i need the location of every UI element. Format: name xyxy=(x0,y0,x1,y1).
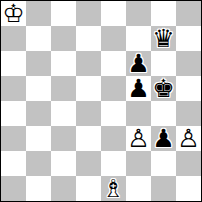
black-king-piece: ♚ xyxy=(151,76,176,101)
square-b1 xyxy=(26,176,51,201)
square-e3 xyxy=(101,126,126,151)
white-pawn-piece-fill: ♟ xyxy=(176,126,201,151)
square-c4 xyxy=(51,101,76,126)
square-f1 xyxy=(126,176,151,201)
square-f2 xyxy=(126,151,151,176)
square-h7 xyxy=(176,26,201,51)
square-h4 xyxy=(176,101,201,126)
square-d4 xyxy=(76,101,101,126)
square-f7 xyxy=(126,26,151,51)
square-f5: ♟ xyxy=(126,76,151,101)
square-h2 xyxy=(176,151,201,176)
chess-board: ♚♔♛♟♟♚♟♙♟♟♙♝♗ xyxy=(0,0,202,202)
square-b8 xyxy=(26,1,51,26)
square-e1: ♝♗ xyxy=(101,176,126,201)
white-pawn-piece-fill: ♟ xyxy=(126,126,151,151)
white-king-piece: ♔ xyxy=(1,1,26,26)
square-c6 xyxy=(51,51,76,76)
square-e2 xyxy=(101,151,126,176)
square-a5 xyxy=(1,76,26,101)
square-b3 xyxy=(26,126,51,151)
square-a1 xyxy=(1,176,26,201)
white-pawn-piece: ♙ xyxy=(176,126,201,151)
square-d5 xyxy=(76,76,101,101)
square-g4 xyxy=(151,101,176,126)
square-a8: ♚♔ xyxy=(1,1,26,26)
square-e8 xyxy=(101,1,126,26)
black-pawn-piece: ♟ xyxy=(126,76,151,101)
square-a2 xyxy=(1,151,26,176)
square-d8 xyxy=(76,1,101,26)
square-g7: ♛ xyxy=(151,26,176,51)
square-g1 xyxy=(151,176,176,201)
square-e4 xyxy=(101,101,126,126)
square-e6 xyxy=(101,51,126,76)
square-g2 xyxy=(151,151,176,176)
square-d7 xyxy=(76,26,101,51)
square-d1 xyxy=(76,176,101,201)
square-b6 xyxy=(26,51,51,76)
square-c3 xyxy=(51,126,76,151)
square-f3: ♟♙ xyxy=(126,126,151,151)
square-h1 xyxy=(176,176,201,201)
black-queen-piece: ♛ xyxy=(151,26,176,51)
square-f8 xyxy=(126,1,151,26)
square-e7 xyxy=(101,26,126,51)
square-h8 xyxy=(176,1,201,26)
black-pawn-piece: ♟ xyxy=(151,126,176,151)
square-e5 xyxy=(101,76,126,101)
square-b5 xyxy=(26,76,51,101)
square-c8 xyxy=(51,1,76,26)
square-d6 xyxy=(76,51,101,76)
square-c7 xyxy=(51,26,76,51)
square-g5: ♚ xyxy=(151,76,176,101)
square-b7 xyxy=(26,26,51,51)
square-g8 xyxy=(151,1,176,26)
square-g6 xyxy=(151,51,176,76)
white-pawn-piece: ♙ xyxy=(126,126,151,151)
square-f6: ♟ xyxy=(126,51,151,76)
square-c5 xyxy=(51,76,76,101)
black-pawn-piece: ♟ xyxy=(126,51,151,76)
white-bishop-piece-fill: ♝ xyxy=(101,176,126,201)
square-c2 xyxy=(51,151,76,176)
square-a4 xyxy=(1,101,26,126)
square-d2 xyxy=(76,151,101,176)
square-a3 xyxy=(1,126,26,151)
square-h6 xyxy=(176,51,201,76)
square-d3 xyxy=(76,126,101,151)
chess-diagram: ♚♔♛♟♟♚♟♙♟♟♙♝♗ xyxy=(0,0,202,202)
square-h3: ♟♙ xyxy=(176,126,201,151)
square-f4 xyxy=(126,101,151,126)
square-c1 xyxy=(51,176,76,201)
white-king-piece-fill: ♚ xyxy=(1,1,26,26)
square-b4 xyxy=(26,101,51,126)
square-h5 xyxy=(176,76,201,101)
square-a6 xyxy=(1,51,26,76)
square-b2 xyxy=(26,151,51,176)
white-bishop-piece: ♗ xyxy=(101,176,126,201)
square-a7 xyxy=(1,26,26,51)
square-g3: ♟ xyxy=(151,126,176,151)
